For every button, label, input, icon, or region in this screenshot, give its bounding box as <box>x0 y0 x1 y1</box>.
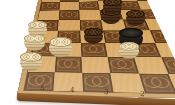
checker-piece-dark[interactable] <box>84 28 103 44</box>
checker-piece-white[interactable] <box>119 42 139 59</box>
checker-piece-white[interactable] <box>24 34 45 52</box>
piece-top <box>24 34 45 43</box>
piece-top <box>20 52 42 62</box>
checker-piece-dark[interactable] <box>103 0 122 14</box>
checker-piece-dark[interactable] <box>126 10 145 26</box>
checker-piece-white[interactable] <box>20 52 42 71</box>
piece-top <box>49 37 72 47</box>
pieces-layer <box>0 0 175 105</box>
piece-top <box>119 42 139 51</box>
checker-piece-white[interactable] <box>49 37 72 57</box>
product-photo: 5432 <box>0 0 175 105</box>
